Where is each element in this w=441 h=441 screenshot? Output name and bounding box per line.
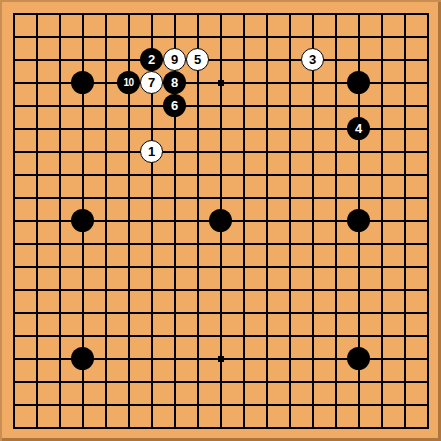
stone-black-move-10: 10 [117,71,140,94]
stone-white-move-9: 9 [163,48,186,71]
hoshi-dot [218,356,224,362]
stone-number: 6 [171,99,178,112]
stone-number: 1 [148,145,155,158]
stone-white-move-3: 3 [301,48,324,71]
stone-black-move-6: 6 [163,94,186,117]
stone-number: 5 [194,53,201,66]
stone-white-move-1: 1 [140,140,163,163]
stone-number: 7 [148,76,155,89]
stone-number: 2 [148,53,155,66]
stone-number: 3 [309,53,316,66]
stone-black [347,347,370,370]
stone-black [347,71,370,94]
stone-white-move-7: 7 [140,71,163,94]
stone-white-move-5: 5 [186,48,209,71]
go-board: 12345678910 [0,0,441,441]
stone-black [347,209,370,232]
stone-number: 8 [171,76,178,89]
board-overlay: 12345678910 [2,2,439,439]
stone-number: 4 [355,122,362,135]
stone-black-move-2: 2 [140,48,163,71]
stone-black [71,347,94,370]
stone-number: 9 [171,53,178,66]
hoshi-dot [218,80,224,86]
stone-black [71,209,94,232]
stone-black-move-4: 4 [347,117,370,140]
stone-black [71,71,94,94]
stone-black [209,209,232,232]
stone-black-move-8: 8 [163,71,186,94]
stone-number: 10 [123,77,133,87]
